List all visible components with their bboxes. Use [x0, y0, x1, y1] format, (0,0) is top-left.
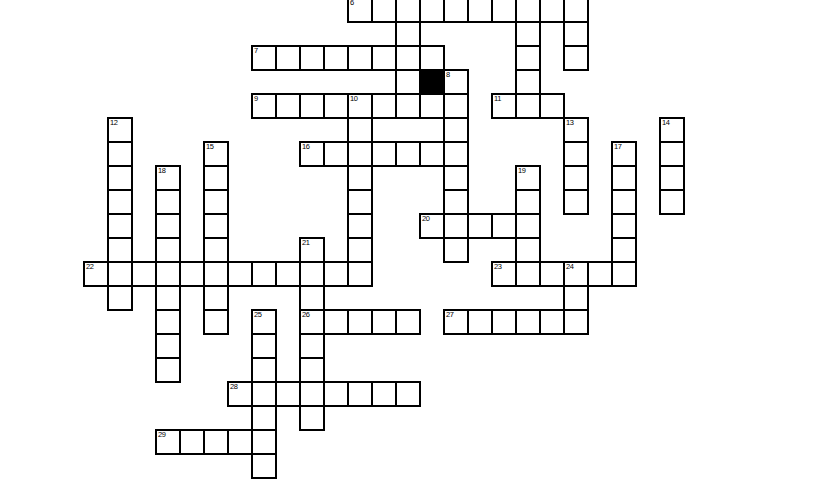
- clue-number-6: 6: [350, 0, 354, 7]
- cell-r5-c15[interactable]: [443, 117, 469, 143]
- cell-r18-c7[interactable]: [251, 429, 277, 455]
- cell-r12-c1[interactable]: [107, 285, 133, 311]
- cell-r15-c9[interactable]: [299, 357, 325, 383]
- cell-r15-c7[interactable]: [251, 357, 277, 383]
- cell-r10-c3[interactable]: [155, 237, 181, 263]
- clue-number-22: 22: [86, 262, 94, 271]
- clue-number-29: 29: [158, 430, 166, 439]
- cell-r4-c13[interactable]: [395, 93, 421, 119]
- cell-r8-c11[interactable]: [347, 189, 373, 215]
- cell-r10-c15[interactable]: [443, 237, 469, 263]
- cell-r2-c18[interactable]: [515, 45, 541, 71]
- cell-r15-c3[interactable]: [155, 357, 181, 383]
- cell-r13-c13[interactable]: [395, 309, 421, 335]
- cell-r18-c3[interactable]: 29: [155, 429, 181, 455]
- cell-r8-c24[interactable]: [659, 189, 685, 215]
- cell-r11-c1[interactable]: [107, 261, 133, 287]
- cell-r16-c9[interactable]: [299, 381, 325, 407]
- cell-r0-c11[interactable]: 6: [347, 0, 373, 23]
- cell-r11-c8[interactable]: [275, 261, 301, 287]
- cell-r9-c16[interactable]: [467, 213, 493, 239]
- cell-r11-c20[interactable]: 24: [563, 261, 589, 287]
- clue-number-11: 11: [494, 94, 501, 103]
- cell-r11-c5[interactable]: [203, 261, 229, 287]
- cell-r6-c5[interactable]: 15: [203, 141, 229, 167]
- cell-r13-c15[interactable]: 27: [443, 309, 469, 335]
- cell-r6-c9[interactable]: 16: [299, 141, 325, 167]
- clue-number-9: 9: [254, 94, 258, 103]
- cell-r2-c12[interactable]: [371, 45, 397, 71]
- clue-number-24: 24: [566, 262, 574, 271]
- cell-r0-c18[interactable]: [515, 0, 541, 23]
- cell-r7-c24[interactable]: [659, 165, 685, 191]
- cell-r6-c14[interactable]: [419, 141, 445, 167]
- cell-r4-c11[interactable]: 10: [347, 93, 373, 119]
- cell-r3-c15[interactable]: 8: [443, 69, 469, 95]
- cell-r8-c5[interactable]: [203, 189, 229, 215]
- cell-r16-c6[interactable]: 28: [227, 381, 253, 407]
- cell-r5-c1[interactable]: 12: [107, 117, 133, 143]
- cell-r5-c24[interactable]: 14: [659, 117, 685, 143]
- clue-number-18: 18: [158, 166, 166, 175]
- cell-r4-c17[interactable]: 11: [491, 93, 517, 119]
- cell-r2-c9[interactable]: [299, 45, 325, 71]
- cell-r10-c22[interactable]: [611, 237, 637, 263]
- cell-r7-c3[interactable]: 18: [155, 165, 181, 191]
- cell-r9-c5[interactable]: [203, 213, 229, 239]
- cell-r11-c0[interactable]: 22: [83, 261, 109, 287]
- clue-number-14: 14: [662, 118, 670, 127]
- cell-r13-c11[interactable]: [347, 309, 373, 335]
- cell-r3-c18[interactable]: [515, 69, 541, 95]
- cell-r8-c1[interactable]: [107, 189, 133, 215]
- cell-r16-c13[interactable]: [395, 381, 421, 407]
- cell-r2-c10[interactable]: [323, 45, 349, 71]
- cell-r14-c3[interactable]: [155, 333, 181, 359]
- cell-r0-c20[interactable]: [563, 0, 589, 23]
- clue-number-21: 21: [302, 238, 310, 247]
- cell-r0-c12[interactable]: [371, 0, 397, 23]
- cell-r0-c16[interactable]: [467, 0, 493, 23]
- cell-r16-c12[interactable]: [371, 381, 397, 407]
- cell-r8-c20[interactable]: [563, 189, 589, 215]
- cell-r11-c6[interactable]: [227, 261, 253, 287]
- cell-r2-c20[interactable]: [563, 45, 589, 71]
- cell-r12-c20[interactable]: [563, 285, 589, 311]
- cell-r6-c24[interactable]: [659, 141, 685, 167]
- cell-r13-c17[interactable]: [491, 309, 517, 335]
- cell-r11-c10[interactable]: [323, 261, 349, 287]
- cell-r11-c11[interactable]: [347, 261, 373, 287]
- clue-number-20: 20: [422, 214, 430, 223]
- cell-r4-c10[interactable]: [323, 93, 349, 119]
- cell-r13-c16[interactable]: [467, 309, 493, 335]
- cell-r19-c7[interactable]: [251, 453, 277, 479]
- cell-r7-c22[interactable]: [611, 165, 637, 191]
- cell-r12-c9[interactable]: [299, 285, 325, 311]
- cell-r9-c1[interactable]: [107, 213, 133, 239]
- cell-r1-c18[interactable]: [515, 21, 541, 47]
- cell-r7-c5[interactable]: [203, 165, 229, 191]
- cell-r6-c15[interactable]: [443, 141, 469, 167]
- cell-r7-c20[interactable]: [563, 165, 589, 191]
- cell-r8-c3[interactable]: [155, 189, 181, 215]
- cell-r16-c7[interactable]: [251, 381, 277, 407]
- cell-r6-c11[interactable]: [347, 141, 373, 167]
- clue-number-23: 23: [494, 262, 502, 271]
- clue-number-13: 13: [566, 118, 574, 127]
- cell-r1-c20[interactable]: [563, 21, 589, 47]
- cell-r17-c7[interactable]: [251, 405, 277, 431]
- cell-r13-c19[interactable]: [539, 309, 565, 335]
- cell-r18-c6[interactable]: [227, 429, 253, 455]
- cell-r11-c19[interactable]: [539, 261, 565, 287]
- cell-r2-c8[interactable]: [275, 45, 301, 71]
- cell-r8-c15[interactable]: [443, 189, 469, 215]
- cell-r9-c11[interactable]: [347, 213, 373, 239]
- cell-r2-c14[interactable]: [419, 45, 445, 71]
- cell-r14-c7[interactable]: [251, 333, 277, 359]
- cell-r13-c9[interactable]: 26: [299, 309, 325, 335]
- cell-r0-c14[interactable]: [419, 0, 445, 23]
- cell-r5-c20[interactable]: 13: [563, 117, 589, 143]
- clue-number-26: 26: [302, 310, 310, 319]
- clue-number-28: 28: [230, 382, 238, 391]
- cell-r4-c12[interactable]: [371, 93, 397, 119]
- cell-r2-c7[interactable]: 7: [251, 45, 277, 71]
- cell-r4-c9[interactable]: [299, 93, 325, 119]
- cell-r16-c10[interactable]: [323, 381, 349, 407]
- cell-r9-c3[interactable]: [155, 213, 181, 239]
- cell-r4-c19[interactable]: [539, 93, 565, 119]
- cell-r11-c3[interactable]: [155, 261, 181, 287]
- clue-number-17: 17: [614, 142, 622, 151]
- cell-r6-c1[interactable]: [107, 141, 133, 167]
- cell-r11-c7[interactable]: [251, 261, 277, 287]
- cell-r6-c22[interactable]: 17: [611, 141, 637, 167]
- cell-r11-c22[interactable]: [611, 261, 637, 287]
- cell-r0-c19[interactable]: [539, 0, 565, 23]
- cell-r9-c17[interactable]: [491, 213, 517, 239]
- clue-number-19: 19: [518, 166, 526, 175]
- cell-r2-c11[interactable]: [347, 45, 373, 71]
- cell-r13-c20[interactable]: [563, 309, 589, 335]
- cell-r4-c15[interactable]: [443, 93, 469, 119]
- clue-number-27: 27: [446, 310, 454, 319]
- cell-r11-c2[interactable]: [131, 261, 157, 287]
- clue-number-10: 10: [350, 94, 358, 103]
- cell-r9-c15[interactable]: [443, 213, 469, 239]
- cell-r7-c15[interactable]: [443, 165, 469, 191]
- cell-r4-c18[interactable]: [515, 93, 541, 119]
- cell-r11-c18[interactable]: [515, 261, 541, 287]
- cell-r18-c5[interactable]: [203, 429, 229, 455]
- blocked-cell-r3-c14: [419, 69, 445, 95]
- cell-r10-c18[interactable]: [515, 237, 541, 263]
- cell-r11-c21[interactable]: [587, 261, 613, 287]
- cell-r12-c3[interactable]: [155, 285, 181, 311]
- cell-r9-c18[interactable]: [515, 213, 541, 239]
- cell-r7-c18[interactable]: 19: [515, 165, 541, 191]
- cell-r8-c18[interactable]: [515, 189, 541, 215]
- crossword-grid: 6789101112131415161718192021222324252627…: [0, 0, 816, 480]
- cell-r16-c8[interactable]: [275, 381, 301, 407]
- cell-r1-c13[interactable]: [395, 21, 421, 47]
- cell-r0-c13[interactable]: [395, 0, 421, 23]
- cell-r6-c10[interactable]: [323, 141, 349, 167]
- cell-r13-c12[interactable]: [371, 309, 397, 335]
- clue-number-16: 16: [302, 142, 310, 151]
- cell-r13-c10[interactable]: [323, 309, 349, 335]
- cell-r6-c20[interactable]: [563, 141, 589, 167]
- clue-number-15: 15: [206, 142, 214, 151]
- cell-r9-c22[interactable]: [611, 213, 637, 239]
- cell-r3-c13[interactable]: [395, 69, 421, 95]
- cell-r16-c11[interactable]: [347, 381, 373, 407]
- cell-r13-c18[interactable]: [515, 309, 541, 335]
- cell-r5-c11[interactable]: [347, 117, 373, 143]
- cell-r0-c15[interactable]: [443, 0, 469, 23]
- cell-r11-c4[interactable]: [179, 261, 205, 287]
- cell-r4-c7[interactable]: 9: [251, 93, 277, 119]
- clue-number-7: 7: [254, 46, 258, 55]
- cell-r9-c14[interactable]: 20: [419, 213, 445, 239]
- cell-r10-c11[interactable]: [347, 237, 373, 263]
- clue-number-8: 8: [446, 70, 450, 79]
- cell-r2-c13[interactable]: [395, 45, 421, 71]
- cell-r7-c11[interactable]: [347, 165, 373, 191]
- clue-number-12: 12: [110, 118, 118, 127]
- cell-r4-c14[interactable]: [419, 93, 445, 119]
- cell-r10-c1[interactable]: [107, 237, 133, 263]
- cell-r13-c7[interactable]: 25: [251, 309, 277, 335]
- cell-r4-c8[interactable]: [275, 93, 301, 119]
- cell-r14-c9[interactable]: [299, 333, 325, 359]
- cell-r11-c17[interactable]: 23: [491, 261, 517, 287]
- cell-r12-c5[interactable]: [203, 285, 229, 311]
- cell-r7-c1[interactable]: [107, 165, 133, 191]
- cell-r0-c17[interactable]: [491, 0, 517, 23]
- cell-r10-c9[interactable]: 21: [299, 237, 325, 263]
- cell-r6-c13[interactable]: [395, 141, 421, 167]
- cell-r6-c12[interactable]: [371, 141, 397, 167]
- cell-r17-c9[interactable]: [299, 405, 325, 431]
- cell-r8-c22[interactable]: [611, 189, 637, 215]
- cell-r13-c3[interactable]: [155, 309, 181, 335]
- cell-r18-c4[interactable]: [179, 429, 205, 455]
- cell-r11-c9[interactable]: [299, 261, 325, 287]
- cell-r13-c5[interactable]: [203, 309, 229, 335]
- cell-r10-c5[interactable]: [203, 237, 229, 263]
- clue-number-25: 25: [254, 310, 262, 319]
